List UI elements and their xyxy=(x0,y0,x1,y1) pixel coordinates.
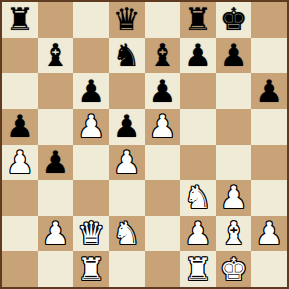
square-d4[interactable]: ♟ xyxy=(109,145,145,181)
black-rook[interactable]: ♜ xyxy=(6,4,34,35)
black-king[interactable]: ♚ xyxy=(220,4,248,35)
square-f1[interactable]: ♜ xyxy=(180,251,216,287)
square-c8[interactable] xyxy=(73,2,109,38)
white-rook[interactable]: ♜ xyxy=(184,254,212,285)
square-b2[interactable]: ♟ xyxy=(38,216,74,252)
board-grid: ♜♛♜♚♝♞♝♟♟♟♟♟♟♟♟♟♟♟♟♞♟♟♛♞♟♝♟♜♜♚ xyxy=(0,0,289,289)
white-knight[interactable]: ♞ xyxy=(184,182,212,213)
white-king[interactable]: ♚ xyxy=(220,254,248,285)
square-a7[interactable] xyxy=(2,38,38,74)
square-c7[interactable] xyxy=(73,38,109,74)
square-c3[interactable] xyxy=(73,180,109,216)
square-d1[interactable] xyxy=(109,251,145,287)
white-queen[interactable]: ♛ xyxy=(77,218,105,249)
black-pawn[interactable]: ♟ xyxy=(184,40,212,71)
square-e8[interactable] xyxy=(145,2,181,38)
white-pawn[interactable]: ♟ xyxy=(77,111,105,142)
square-d2[interactable]: ♞ xyxy=(109,216,145,252)
square-h8[interactable] xyxy=(251,2,287,38)
white-pawn[interactable]: ♟ xyxy=(184,218,212,249)
square-h2[interactable]: ♟ xyxy=(251,216,287,252)
square-h5[interactable] xyxy=(251,109,287,145)
square-d3[interactable] xyxy=(109,180,145,216)
square-h6[interactable]: ♟ xyxy=(251,73,287,109)
square-a4[interactable]: ♟ xyxy=(2,145,38,181)
square-b1[interactable] xyxy=(38,251,74,287)
square-c5[interactable]: ♟ xyxy=(73,109,109,145)
square-f3[interactable]: ♞ xyxy=(180,180,216,216)
square-c1[interactable]: ♜ xyxy=(73,251,109,287)
black-pawn[interactable]: ♟ xyxy=(77,76,105,107)
square-f2[interactable]: ♟ xyxy=(180,216,216,252)
square-a8[interactable]: ♜ xyxy=(2,2,38,38)
black-pawn[interactable]: ♟ xyxy=(148,76,176,107)
square-f5[interactable] xyxy=(180,109,216,145)
square-d6[interactable] xyxy=(109,73,145,109)
white-pawn[interactable]: ♟ xyxy=(148,111,176,142)
square-e2[interactable] xyxy=(145,216,181,252)
square-a6[interactable] xyxy=(2,73,38,109)
square-g2[interactable]: ♝ xyxy=(216,216,252,252)
square-e7[interactable]: ♝ xyxy=(145,38,181,74)
square-g5[interactable] xyxy=(216,109,252,145)
white-pawn[interactable]: ♟ xyxy=(220,182,248,213)
square-f7[interactable]: ♟ xyxy=(180,38,216,74)
square-d7[interactable]: ♞ xyxy=(109,38,145,74)
square-e1[interactable] xyxy=(145,251,181,287)
square-c2[interactable]: ♛ xyxy=(73,216,109,252)
square-b7[interactable]: ♝ xyxy=(38,38,74,74)
square-c6[interactable]: ♟ xyxy=(73,73,109,109)
square-b4[interactable]: ♟ xyxy=(38,145,74,181)
square-e4[interactable] xyxy=(145,145,181,181)
black-queen[interactable]: ♛ xyxy=(113,4,141,35)
square-d8[interactable]: ♛ xyxy=(109,2,145,38)
square-g7[interactable]: ♟ xyxy=(216,38,252,74)
square-h4[interactable] xyxy=(251,145,287,181)
square-a1[interactable] xyxy=(2,251,38,287)
square-g1[interactable]: ♚ xyxy=(216,251,252,287)
square-h1[interactable] xyxy=(251,251,287,287)
square-b3[interactable] xyxy=(38,180,74,216)
white-rook[interactable]: ♜ xyxy=(77,254,105,285)
white-pawn[interactable]: ♟ xyxy=(6,147,34,178)
square-f8[interactable]: ♜ xyxy=(180,2,216,38)
chess-board: ♜♛♜♚♝♞♝♟♟♟♟♟♟♟♟♟♟♟♟♞♟♟♛♞♟♝♟♜♜♚ xyxy=(0,0,289,289)
black-pawn[interactable]: ♟ xyxy=(6,111,34,142)
square-a2[interactable] xyxy=(2,216,38,252)
square-h7[interactable] xyxy=(251,38,287,74)
white-pawn[interactable]: ♟ xyxy=(255,218,283,249)
black-pawn[interactable]: ♟ xyxy=(255,76,283,107)
black-pawn[interactable]: ♟ xyxy=(113,111,141,142)
square-h3[interactable] xyxy=(251,180,287,216)
black-knight[interactable]: ♞ xyxy=(113,40,141,71)
black-pawn[interactable]: ♟ xyxy=(220,40,248,71)
square-b6[interactable] xyxy=(38,73,74,109)
black-bishop[interactable]: ♝ xyxy=(42,40,70,71)
white-knight[interactable]: ♞ xyxy=(113,218,141,249)
square-b5[interactable] xyxy=(38,109,74,145)
black-pawn[interactable]: ♟ xyxy=(42,147,70,178)
white-pawn[interactable]: ♟ xyxy=(42,218,70,249)
square-c4[interactable] xyxy=(73,145,109,181)
square-f6[interactable] xyxy=(180,73,216,109)
white-pawn[interactable]: ♟ xyxy=(113,147,141,178)
square-e3[interactable] xyxy=(145,180,181,216)
square-b8[interactable] xyxy=(38,2,74,38)
square-g4[interactable] xyxy=(216,145,252,181)
square-e5[interactable]: ♟ xyxy=(145,109,181,145)
square-f4[interactable] xyxy=(180,145,216,181)
square-g6[interactable] xyxy=(216,73,252,109)
square-e6[interactable]: ♟ xyxy=(145,73,181,109)
black-bishop[interactable]: ♝ xyxy=(148,40,176,71)
white-bishop[interactable]: ♝ xyxy=(220,218,248,249)
square-g8[interactable]: ♚ xyxy=(216,2,252,38)
square-g3[interactable]: ♟ xyxy=(216,180,252,216)
square-a3[interactable] xyxy=(2,180,38,216)
black-rook[interactable]: ♜ xyxy=(184,4,212,35)
square-d5[interactable]: ♟ xyxy=(109,109,145,145)
square-a5[interactable]: ♟ xyxy=(2,109,38,145)
